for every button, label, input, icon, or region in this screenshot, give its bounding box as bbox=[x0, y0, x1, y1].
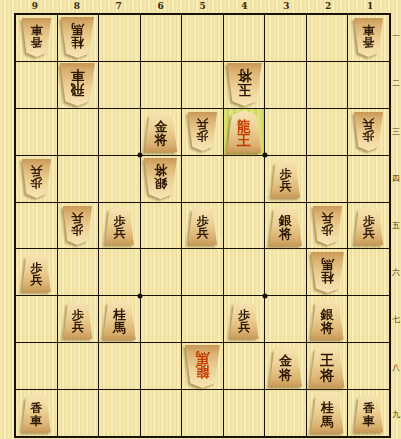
square-7a[interactable] bbox=[99, 15, 140, 61]
square-4a[interactable] bbox=[224, 15, 265, 61]
square-3b[interactable] bbox=[265, 62, 306, 108]
piece-gote-king-4b[interactable]: 玉将 bbox=[226, 63, 263, 106]
piece-kanji: 歩兵 bbox=[72, 309, 84, 333]
piece-kanji: 桂馬 bbox=[321, 401, 334, 428]
piece-face: 飛車 bbox=[59, 63, 96, 106]
piece-kanji: 歩兵 bbox=[196, 118, 208, 142]
square-8e[interactable]: 歩兵 bbox=[58, 203, 99, 249]
piece-sente-gold-3h[interactable]: 金将 bbox=[268, 346, 303, 387]
piece-face: 歩兵 bbox=[229, 300, 260, 339]
square-3f[interactable] bbox=[265, 249, 306, 295]
file-label-6: 6 bbox=[140, 0, 182, 13]
square-6i[interactable] bbox=[141, 390, 182, 436]
square-8i[interactable] bbox=[58, 390, 99, 436]
square-3g[interactable] bbox=[265, 296, 306, 342]
square-8c[interactable] bbox=[58, 109, 99, 155]
rank-label-3: 三 bbox=[391, 107, 401, 154]
square-4i[interactable] bbox=[224, 390, 265, 436]
piece-face: 金将 bbox=[268, 346, 303, 387]
piece-kanji: 龍王 bbox=[237, 119, 251, 148]
square-7c[interactable] bbox=[99, 109, 140, 155]
piece-gote-promoted-bishop-horse-5h[interactable]: 龍馬 bbox=[184, 345, 221, 388]
square-9e[interactable] bbox=[16, 203, 57, 249]
piece-face: 桂馬 bbox=[102, 299, 137, 340]
file-label-1: 1 bbox=[349, 0, 391, 13]
piece-sente-lance-1i[interactable]: 香車 bbox=[353, 394, 384, 433]
piece-kanji: 香車 bbox=[30, 24, 42, 48]
square-3a[interactable] bbox=[265, 15, 306, 61]
piece-face: 香車 bbox=[353, 18, 384, 57]
piece-kanji: 銀将 bbox=[154, 164, 167, 191]
square-8b[interactable]: 飛車 bbox=[58, 62, 99, 108]
square-5a[interactable] bbox=[182, 15, 223, 61]
piece-sente-pawn-8g[interactable]: 歩兵 bbox=[62, 300, 93, 339]
square-1h[interactable] bbox=[348, 343, 389, 389]
piece-face: 歩兵 bbox=[270, 159, 301, 198]
star-point bbox=[138, 293, 143, 298]
square-8d[interactable] bbox=[58, 156, 99, 202]
square-8a[interactable]: 桂馬 bbox=[58, 15, 99, 61]
square-1a[interactable]: 香車 bbox=[348, 15, 389, 61]
piece-sente-pawn-3d[interactable]: 歩兵 bbox=[270, 159, 301, 198]
star-point bbox=[262, 293, 267, 298]
piece-sente-lance-9i[interactable]: 香車 bbox=[21, 394, 52, 433]
rank-label-8: 八 bbox=[391, 344, 401, 391]
rank-label-2: 二 bbox=[391, 60, 401, 107]
piece-kanji: 金将 bbox=[154, 120, 167, 147]
piece-kanji: 香車 bbox=[363, 402, 375, 426]
square-6e[interactable] bbox=[141, 203, 182, 249]
square-8h[interactable] bbox=[58, 343, 99, 389]
piece-sente-promoted-rook-dragon-4c[interactable]: 龍王 bbox=[226, 110, 263, 153]
rank-label-6: 六 bbox=[391, 249, 401, 296]
piece-face: 香車 bbox=[21, 18, 52, 57]
piece-kanji: 銀将 bbox=[321, 308, 334, 335]
square-6a[interactable] bbox=[141, 15, 182, 61]
piece-face: 桂馬 bbox=[310, 252, 345, 293]
square-6g[interactable] bbox=[141, 296, 182, 342]
square-9i[interactable]: 香車 bbox=[16, 390, 57, 436]
piece-kanji: 香車 bbox=[363, 24, 375, 48]
piece-sente-knight-2i[interactable]: 桂馬 bbox=[310, 393, 345, 434]
square-5d[interactable] bbox=[182, 156, 223, 202]
square-4g[interactable]: 歩兵 bbox=[224, 296, 265, 342]
square-4d[interactable] bbox=[224, 156, 265, 202]
square-7f[interactable] bbox=[99, 249, 140, 295]
square-5b[interactable] bbox=[182, 62, 223, 108]
square-2a[interactable] bbox=[307, 15, 348, 61]
square-5e[interactable]: 歩兵 bbox=[182, 203, 223, 249]
square-1c[interactable]: 歩兵 bbox=[348, 109, 389, 155]
file-label-4: 4 bbox=[223, 0, 265, 13]
piece-kanji: 歩兵 bbox=[280, 168, 292, 192]
shogi-diagram: 987654321 一二三四五六七八九 香車桂馬香車飛車玉将金将歩兵龍王歩兵歩兵… bbox=[0, 0, 401, 439]
piece-face: 歩兵 bbox=[353, 206, 384, 245]
piece-kanji: 桂馬 bbox=[71, 23, 84, 50]
square-7d[interactable] bbox=[99, 156, 140, 202]
square-3c[interactable] bbox=[265, 109, 306, 155]
rank-label-4: 四 bbox=[391, 155, 401, 202]
piece-kanji: 歩兵 bbox=[363, 215, 375, 239]
square-9b[interactable] bbox=[16, 62, 57, 108]
rank-label-5: 五 bbox=[391, 202, 401, 249]
piece-face: 桂馬 bbox=[310, 393, 345, 434]
star-point bbox=[138, 153, 143, 158]
piece-gote-rook-8b[interactable]: 飛車 bbox=[59, 63, 96, 106]
piece-kanji: 歩兵 bbox=[72, 212, 84, 236]
square-9c[interactable] bbox=[16, 109, 57, 155]
piece-gote-knight-2f[interactable]: 桂馬 bbox=[310, 252, 345, 293]
piece-gote-lance-9a[interactable]: 香車 bbox=[21, 18, 52, 57]
square-4b[interactable]: 玉将 bbox=[224, 62, 265, 108]
square-9a[interactable]: 香車 bbox=[16, 15, 57, 61]
shogi-board: 香車桂馬香車飛車玉将金将歩兵龍王歩兵歩兵銀将歩兵歩兵歩兵歩兵銀将歩兵歩兵歩兵桂馬… bbox=[14, 13, 391, 438]
piece-kanji: 歩兵 bbox=[113, 215, 125, 239]
piece-sente-pawn-9f[interactable]: 歩兵 bbox=[21, 253, 52, 292]
piece-sente-pawn-4g[interactable]: 歩兵 bbox=[229, 300, 260, 339]
square-6d[interactable]: 銀将 bbox=[141, 156, 182, 202]
file-label-3: 3 bbox=[265, 0, 307, 13]
piece-kanji: 飛車 bbox=[71, 69, 85, 98]
square-6h[interactable] bbox=[141, 343, 182, 389]
file-label-5: 5 bbox=[182, 0, 224, 13]
piece-kanji: 歩兵 bbox=[30, 262, 42, 286]
square-5c[interactable]: 歩兵 bbox=[182, 109, 223, 155]
piece-gote-knight-8a[interactable]: 桂馬 bbox=[60, 17, 95, 58]
square-2d[interactable] bbox=[307, 156, 348, 202]
piece-face: 歩兵 bbox=[21, 253, 52, 292]
piece-face: 金将 bbox=[143, 111, 178, 152]
square-3e[interactable]: 銀将 bbox=[265, 203, 306, 249]
square-5h[interactable]: 龍馬 bbox=[182, 343, 223, 389]
piece-sente-knight-7g[interactable]: 桂馬 bbox=[102, 299, 137, 340]
square-9f[interactable]: 歩兵 bbox=[16, 249, 57, 295]
piece-gote-pawn-9d[interactable]: 歩兵 bbox=[21, 159, 52, 198]
square-1i[interactable]: 香車 bbox=[348, 390, 389, 436]
square-6b[interactable] bbox=[141, 62, 182, 108]
piece-kanji: 王将 bbox=[320, 353, 334, 382]
piece-gote-lance-1a[interactable]: 香車 bbox=[353, 18, 384, 57]
piece-kanji: 歩兵 bbox=[321, 212, 333, 236]
rank-label-9: 九 bbox=[391, 391, 401, 438]
piece-sente-pawn-1e[interactable]: 歩兵 bbox=[353, 206, 384, 245]
square-6f[interactable] bbox=[141, 249, 182, 295]
piece-sente-silver-2g[interactable]: 銀将 bbox=[310, 299, 345, 340]
square-5f[interactable] bbox=[182, 249, 223, 295]
piece-face: 歩兵 bbox=[21, 159, 52, 198]
piece-face: 歩兵 bbox=[187, 206, 218, 245]
square-7b[interactable] bbox=[99, 62, 140, 108]
square-1g[interactable] bbox=[348, 296, 389, 342]
piece-sente-king-2h[interactable]: 王将 bbox=[309, 345, 346, 388]
square-4c[interactable]: 龍王 bbox=[224, 109, 265, 155]
piece-face: 歩兵 bbox=[187, 112, 218, 151]
rank-label-1: 一 bbox=[391, 13, 401, 60]
piece-face: 玉将 bbox=[226, 63, 263, 106]
piece-face: 歩兵 bbox=[104, 206, 135, 245]
piece-gote-pawn-5c[interactable]: 歩兵 bbox=[187, 112, 218, 151]
piece-kanji: 桂馬 bbox=[321, 258, 334, 285]
piece-face: 銀将 bbox=[310, 299, 345, 340]
piece-kanji: 歩兵 bbox=[30, 165, 42, 189]
piece-kanji: 銀将 bbox=[279, 214, 292, 241]
piece-sente-pawn-5e[interactable]: 歩兵 bbox=[187, 206, 218, 245]
square-8f[interactable] bbox=[58, 249, 99, 295]
square-4f[interactable] bbox=[224, 249, 265, 295]
square-1e[interactable]: 歩兵 bbox=[348, 203, 389, 249]
square-9h[interactable] bbox=[16, 343, 57, 389]
piece-kanji: 玉将 bbox=[237, 69, 251, 98]
piece-kanji: 歩兵 bbox=[238, 309, 250, 333]
piece-sente-gold-6c[interactable]: 金将 bbox=[143, 111, 178, 152]
square-9g[interactable] bbox=[16, 296, 57, 342]
square-6c[interactable]: 金将 bbox=[141, 109, 182, 155]
rank-label-7: 七 bbox=[391, 296, 401, 343]
square-2f[interactable]: 桂馬 bbox=[307, 249, 348, 295]
square-1d[interactable] bbox=[348, 156, 389, 202]
piece-sente-silver-3e[interactable]: 銀将 bbox=[268, 205, 303, 246]
piece-kanji: 歩兵 bbox=[363, 118, 375, 142]
file-label-7: 7 bbox=[98, 0, 140, 13]
square-2b[interactable] bbox=[307, 62, 348, 108]
square-5g[interactable] bbox=[182, 296, 223, 342]
piece-gote-pawn-2e[interactable]: 歩兵 bbox=[312, 206, 343, 245]
square-7e[interactable]: 歩兵 bbox=[99, 203, 140, 249]
square-7h[interactable] bbox=[99, 343, 140, 389]
square-3i[interactable] bbox=[265, 390, 306, 436]
square-2g[interactable]: 銀将 bbox=[307, 296, 348, 342]
square-4h[interactable] bbox=[224, 343, 265, 389]
star-point bbox=[262, 153, 267, 158]
piece-face: 歩兵 bbox=[62, 300, 93, 339]
piece-kanji: 歩兵 bbox=[196, 215, 208, 239]
piece-face: 龍馬 bbox=[184, 345, 221, 388]
piece-gote-pawn-1c[interactable]: 歩兵 bbox=[353, 112, 384, 151]
square-4e[interactable] bbox=[224, 203, 265, 249]
piece-kanji: 桂馬 bbox=[113, 308, 126, 335]
file-labels: 987654321 bbox=[14, 0, 391, 13]
piece-face: 歩兵 bbox=[353, 112, 384, 151]
piece-face: 銀将 bbox=[268, 205, 303, 246]
piece-face: 銀将 bbox=[143, 158, 178, 199]
piece-gote-pawn-8e[interactable]: 歩兵 bbox=[62, 206, 93, 245]
square-2h[interactable]: 王将 bbox=[307, 343, 348, 389]
square-8g[interactable]: 歩兵 bbox=[58, 296, 99, 342]
file-label-2: 2 bbox=[307, 0, 349, 13]
square-9d[interactable]: 歩兵 bbox=[16, 156, 57, 202]
square-5i[interactable] bbox=[182, 390, 223, 436]
rank-labels: 一二三四五六七八九 bbox=[391, 13, 401, 438]
square-7i[interactable] bbox=[99, 390, 140, 436]
square-2c[interactable] bbox=[307, 109, 348, 155]
piece-kanji: 金将 bbox=[279, 354, 292, 381]
square-2e[interactable]: 歩兵 bbox=[307, 203, 348, 249]
piece-kanji: 香車 bbox=[30, 402, 42, 426]
square-2i[interactable]: 桂馬 bbox=[307, 390, 348, 436]
file-label-8: 8 bbox=[56, 0, 98, 13]
piece-face: 龍王 bbox=[226, 110, 263, 153]
piece-sente-pawn-7e[interactable]: 歩兵 bbox=[104, 206, 135, 245]
file-label-9: 9 bbox=[14, 0, 56, 13]
piece-face: 香車 bbox=[353, 394, 384, 433]
piece-gote-silver-6d[interactable]: 銀将 bbox=[143, 158, 178, 199]
square-1b[interactable] bbox=[348, 62, 389, 108]
piece-face: 歩兵 bbox=[62, 206, 93, 245]
square-3d[interactable]: 歩兵 bbox=[265, 156, 306, 202]
piece-face: 王将 bbox=[309, 345, 346, 388]
square-7g[interactable]: 桂馬 bbox=[99, 296, 140, 342]
piece-face: 桂馬 bbox=[60, 17, 95, 58]
square-1f[interactable] bbox=[348, 249, 389, 295]
piece-face: 香車 bbox=[21, 394, 52, 433]
piece-kanji: 龍馬 bbox=[195, 350, 209, 379]
square-3h[interactable]: 金将 bbox=[265, 343, 306, 389]
piece-face: 歩兵 bbox=[312, 206, 343, 245]
